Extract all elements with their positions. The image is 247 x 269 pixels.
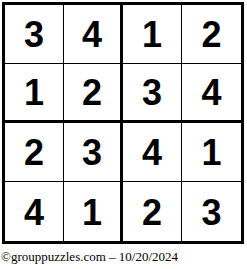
sudoku-cell-r1c2: 4 [64,5,123,64]
sudoku-cell-r3c1: 2 [5,123,64,182]
sudoku-cell-r3c3: 4 [123,123,182,182]
sudoku-cell-r2c2: 2 [64,64,123,123]
sudoku-cell-r1c3: 1 [123,5,182,64]
sudoku-cell-r3c2: 3 [64,123,123,182]
sudoku-cell-r3c4: 1 [182,123,241,182]
sudoku-cell-r4c4: 3 [182,182,241,241]
sudoku-cell-r2c1: 1 [5,64,64,123]
sudoku-cell-r4c3: 2 [123,182,182,241]
sudoku-page: 3 4 1 2 1 2 3 4 2 3 4 1 4 1 2 3 ©grouppu… [0,0,247,269]
sudoku-cell-r2c4: 4 [182,64,241,123]
sudoku-cell-r1c1: 3 [5,5,64,64]
sudoku-board: 3 4 1 2 1 2 3 4 2 3 4 1 4 1 2 3 [2,2,244,244]
sudoku-cell-r4c2: 1 [64,182,123,241]
copyright-caption: ©grouppuzzles.com – 10/20/2024 [1,249,178,265]
sudoku-cell-r2c3: 3 [123,64,182,123]
sudoku-cell-r1c4: 2 [182,5,241,64]
sudoku-cell-r4c1: 4 [5,182,64,241]
